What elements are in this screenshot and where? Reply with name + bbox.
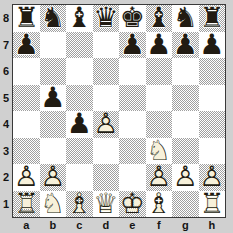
square-g2[interactable]: ♟︎♙ <box>172 164 199 191</box>
square-f3[interactable]: ♞♘ <box>146 138 173 165</box>
black-king-piece: ♚ <box>119 5 146 32</box>
black-bishop-piece: ♝ <box>146 5 173 32</box>
rank-label-1: 1 <box>0 191 12 218</box>
white-pawn-fill: ♟︎ <box>13 164 40 191</box>
square-h3[interactable] <box>199 138 226 165</box>
black-pawn-piece: ♟︎ <box>146 32 173 59</box>
square-f5[interactable] <box>146 85 173 112</box>
square-h2[interactable]: ♟︎♙ <box>199 164 226 191</box>
square-h5[interactable] <box>199 85 226 112</box>
black-queen-piece: ♛ <box>93 5 120 32</box>
black-bishop-piece: ♝ <box>66 5 93 32</box>
square-c2[interactable] <box>66 164 93 191</box>
square-c6[interactable] <box>66 58 93 85</box>
black-knight-piece: ♞ <box>40 5 67 32</box>
file-label-f: f <box>146 218 173 232</box>
white-knight-piece: ♘ <box>40 191 67 218</box>
white-pawn-fill: ♟︎ <box>93 111 120 138</box>
white-bishop-piece: ♗ <box>146 191 173 218</box>
square-b2[interactable]: ♟︎♙ <box>40 164 67 191</box>
square-h4[interactable] <box>199 111 226 138</box>
rank-label-7: 7 <box>0 32 12 59</box>
square-e3[interactable] <box>119 138 146 165</box>
square-f4[interactable] <box>146 111 173 138</box>
chess-diagram: { "game": "chess", "position": { "fen": … <box>0 0 233 233</box>
square-d1[interactable]: ♛♕ <box>93 191 120 218</box>
white-pawn-fill: ♟︎ <box>40 164 67 191</box>
white-pawn-piece: ♙ <box>40 164 67 191</box>
square-e4[interactable] <box>119 111 146 138</box>
square-b8[interactable]: ♞ <box>40 5 67 32</box>
rank-label-5: 5 <box>0 85 12 112</box>
square-g8[interactable]: ♞ <box>172 5 199 32</box>
square-e8[interactable]: ♚ <box>119 5 146 32</box>
square-f7[interactable]: ♟︎ <box>146 32 173 59</box>
square-b7[interactable] <box>40 32 67 59</box>
square-h6[interactable] <box>199 58 226 85</box>
white-pawn-fill: ♟︎ <box>146 164 173 191</box>
file-label-g: g <box>172 218 199 232</box>
square-c1[interactable]: ♝♗ <box>66 191 93 218</box>
square-c4[interactable]: ♟︎ <box>66 111 93 138</box>
square-h1[interactable]: ♜♖ <box>199 191 226 218</box>
square-e7[interactable]: ♟︎ <box>119 32 146 59</box>
square-c5[interactable] <box>66 85 93 112</box>
square-c3[interactable] <box>66 138 93 165</box>
black-pawn-piece: ♟︎ <box>172 32 199 59</box>
file-label-a: a <box>13 218 40 232</box>
square-f6[interactable] <box>146 58 173 85</box>
white-pawn-fill: ♟︎ <box>172 164 199 191</box>
file-label-e: e <box>119 218 146 232</box>
square-e1[interactable]: ♚♔ <box>119 191 146 218</box>
square-g3[interactable] <box>172 138 199 165</box>
white-rook-fill: ♜ <box>199 191 226 218</box>
square-b1[interactable]: ♞♘ <box>40 191 67 218</box>
square-b4[interactable] <box>40 111 67 138</box>
square-h8[interactable]: ♜ <box>199 5 226 32</box>
white-king-piece: ♔ <box>119 191 146 218</box>
white-rook-fill: ♜ <box>13 191 40 218</box>
white-pawn-piece: ♙ <box>146 164 173 191</box>
black-pawn-piece: ♟︎ <box>119 32 146 59</box>
square-e2[interactable] <box>119 164 146 191</box>
white-pawn-piece: ♙ <box>93 111 120 138</box>
white-knight-fill: ♞ <box>40 191 67 218</box>
square-g4[interactable] <box>172 111 199 138</box>
square-f1[interactable]: ♝♗ <box>146 191 173 218</box>
square-a2[interactable]: ♟︎♙ <box>13 164 40 191</box>
white-king-fill: ♚ <box>119 191 146 218</box>
square-g5[interactable] <box>172 85 199 112</box>
white-pawn-piece: ♙ <box>199 164 226 191</box>
file-label-h: h <box>199 218 226 232</box>
rank-label-2: 2 <box>0 164 12 191</box>
square-d5[interactable] <box>93 85 120 112</box>
square-a1[interactable]: ♜♖ <box>13 191 40 218</box>
square-g6[interactable] <box>172 58 199 85</box>
square-d6[interactable] <box>93 58 120 85</box>
white-rook-piece: ♖ <box>199 191 226 218</box>
square-f2[interactable]: ♟︎♙ <box>146 164 173 191</box>
chess-board: ♜♞♝♛♚♝♞♜♟︎♟︎♟︎♟︎♟︎♟︎♟︎♟︎♙♞♘♟︎♙♟︎♙♟︎♙♟︎♙♟… <box>12 4 226 218</box>
white-rook-piece: ♖ <box>13 191 40 218</box>
white-bishop-piece: ♗ <box>66 191 93 218</box>
square-a4[interactable] <box>13 111 40 138</box>
white-bishop-fill: ♝ <box>66 191 93 218</box>
square-d8[interactable]: ♛ <box>93 5 120 32</box>
square-h7[interactable]: ♟︎ <box>199 32 226 59</box>
black-pawn-piece: ♟︎ <box>40 85 67 112</box>
square-g7[interactable]: ♟︎ <box>172 32 199 59</box>
square-a6[interactable] <box>13 58 40 85</box>
square-d3[interactable] <box>93 138 120 165</box>
black-pawn-piece: ♟︎ <box>199 32 226 59</box>
square-e6[interactable] <box>119 58 146 85</box>
white-queen-fill: ♛ <box>93 191 120 218</box>
square-f8[interactable]: ♝ <box>146 5 173 32</box>
white-bishop-fill: ♝ <box>146 191 173 218</box>
square-d2[interactable] <box>93 164 120 191</box>
square-b5[interactable]: ♟︎ <box>40 85 67 112</box>
rank-label-3: 3 <box>0 138 12 165</box>
white-pawn-piece: ♙ <box>13 164 40 191</box>
file-label-c: c <box>66 218 93 232</box>
square-d4[interactable]: ♟︎♙ <box>93 111 120 138</box>
file-label-d: d <box>93 218 120 232</box>
square-c7[interactable] <box>66 32 93 59</box>
square-a8[interactable]: ♜ <box>13 5 40 32</box>
black-pawn-piece: ♟︎ <box>13 32 40 59</box>
rank-label-8: 8 <box>0 5 12 32</box>
rank-labels: 87654321 <box>0 5 12 217</box>
white-queen-piece: ♕ <box>93 191 120 218</box>
square-a3[interactable] <box>13 138 40 165</box>
rank-label-4: 4 <box>0 111 12 138</box>
file-label-b: b <box>40 218 67 232</box>
square-a7[interactable]: ♟︎ <box>13 32 40 59</box>
square-b3[interactable] <box>40 138 67 165</box>
white-knight-fill: ♞ <box>146 138 173 165</box>
square-g1[interactable] <box>172 191 199 218</box>
file-labels: abcdefgh <box>13 218 225 232</box>
square-d7[interactable] <box>93 32 120 59</box>
square-b6[interactable] <box>40 58 67 85</box>
white-pawn-fill: ♟︎ <box>199 164 226 191</box>
white-pawn-piece: ♙ <box>172 164 199 191</box>
square-c8[interactable]: ♝ <box>66 5 93 32</box>
black-rook-piece: ♜ <box>13 5 40 32</box>
rank-label-6: 6 <box>0 58 12 85</box>
black-knight-piece: ♞ <box>172 5 199 32</box>
square-e5[interactable] <box>119 85 146 112</box>
black-rook-piece: ♜ <box>199 5 226 32</box>
square-a5[interactable] <box>13 85 40 112</box>
black-pawn-piece: ♟︎ <box>66 111 93 138</box>
white-knight-piece: ♘ <box>146 138 173 165</box>
